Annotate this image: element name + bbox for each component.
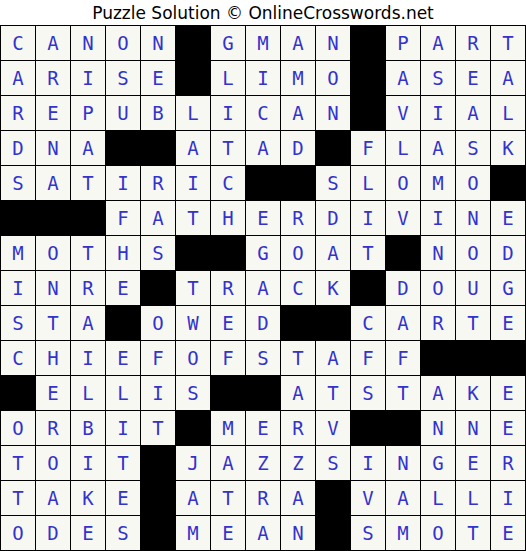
letter-cell-r15c13: O [421,516,455,550]
letter-cell-r10c11: F [351,341,385,375]
letter-cell-r9c3: A [71,306,105,340]
letter-cell-r9c2: T [36,306,70,340]
letter-cell-r13c9: Z [281,446,315,480]
block-cell-r10c15 [491,341,525,375]
letter-cell-r1c14: R [456,26,490,60]
letter-cell-r7c2: O [36,236,70,270]
letter-cell-r7c15: D [491,236,525,270]
letter-cell-r4c14: S [456,131,490,165]
letter-cell-r7c3: T [71,236,105,270]
block-cell-r2c6 [176,61,210,95]
block-cell-r12c11 [351,411,385,445]
letter-cell-r5c2: A [36,166,70,200]
block-cell-r11c8 [246,376,280,410]
letter-cell-r3c15: L [491,96,525,130]
letter-cell-r10c7: F [211,341,245,375]
block-cell-r7c12 [386,236,420,270]
letter-cell-r2c8: I [246,61,280,95]
letter-cell-r8c14: U [456,271,490,305]
block-cell-r2c11 [351,61,385,95]
letter-cell-r8c10: K [316,271,350,305]
letter-cell-r14c2: A [36,481,70,515]
letter-cell-r3c2: E [36,96,70,130]
letter-cell-r9c6: W [176,306,210,340]
letter-cell-r9c12: A [386,306,420,340]
letter-cell-r12c3: B [71,411,105,445]
letter-cell-r9c8: D [246,306,280,340]
letter-cell-r13c2: O [36,446,70,480]
block-cell-r8c5 [141,271,175,305]
letter-cell-r3c3: P [71,96,105,130]
block-cell-r14c5 [141,481,175,515]
block-cell-r5c8 [246,166,280,200]
letter-cell-r11c13: A [421,376,455,410]
letter-cell-r5c3: T [71,166,105,200]
block-cell-r6c3 [71,201,105,235]
block-cell-r4c4 [106,131,140,165]
letter-cell-r5c5: R [141,166,175,200]
letter-cell-r11c3: L [71,376,105,410]
block-cell-r9c9 [281,306,315,340]
letter-cell-r6c8: E [246,201,280,235]
letter-cell-r12c7: M [211,411,245,445]
letter-cell-r14c9: A [281,481,315,515]
letter-cell-r12c2: R [36,411,70,445]
letter-cell-r15c11: S [351,516,385,550]
letter-cell-r12c9: R [281,411,315,445]
letter-cell-r7c1: M [1,236,35,270]
letter-cell-r11c10: T [316,376,350,410]
letter-cell-r1c13: A [421,26,455,60]
letter-cell-r15c6: M [176,516,210,550]
letter-cell-r12c14: N [456,411,490,445]
letter-cell-r11c14: K [456,376,490,410]
letter-cell-r10c6: O [176,341,210,375]
letter-cell-r14c1: T [1,481,35,515]
letter-cell-r1c1: C [1,26,35,60]
letter-cell-r4c2: N [36,131,70,165]
letter-cell-r1c2: A [36,26,70,60]
letter-cell-r11c12: T [386,376,420,410]
letter-cell-r9c5: O [141,306,175,340]
letter-cell-r5c11: L [351,166,385,200]
letter-cell-r14c12: A [386,481,420,515]
letter-cell-r13c1: T [1,446,35,480]
letter-cell-r3c7: I [211,96,245,130]
letter-cell-r7c10: A [316,236,350,270]
letter-cell-r6c12: V [386,201,420,235]
letter-cell-r2c10: O [316,61,350,95]
letter-cell-r2c14: E [456,61,490,95]
letter-cell-r4c8: A [246,131,280,165]
letter-cell-r9c13: R [421,306,455,340]
block-cell-r12c12 [386,411,420,445]
letter-cell-r6c4: F [106,201,140,235]
letter-cell-r12c5: T [141,411,175,445]
letter-cell-r4c9: D [281,131,315,165]
letter-cell-r15c3: E [71,516,105,550]
block-cell-r11c7 [211,376,245,410]
block-cell-r10c14 [456,341,490,375]
letter-cell-r11c11: S [351,376,385,410]
letter-cell-r15c1: O [1,516,35,550]
letter-cell-r8c2: N [36,271,70,305]
letter-cell-r14c15: I [491,481,525,515]
letter-cell-r1c15: T [491,26,525,60]
block-cell-r11c1 [1,376,35,410]
letter-cell-r13c10: S [316,446,350,480]
letter-cell-r8c9: C [281,271,315,305]
letter-cell-r8c15: G [491,271,525,305]
block-cell-r3c11 [351,96,385,130]
letter-cell-r10c1: C [1,341,35,375]
letter-cell-r13c12: N [386,446,420,480]
letter-cell-r9c11: C [351,306,385,340]
letter-cell-r8c12: D [386,271,420,305]
letter-cell-r15c15: E [491,516,525,550]
letter-cell-r15c4: S [106,516,140,550]
letter-cell-r4c6: A [176,131,210,165]
letter-cell-r3c4: U [106,96,140,130]
puzzle-solution-page: Puzzle Solution © OnlineCrosswords.net C… [0,0,526,551]
block-cell-r5c9 [281,166,315,200]
letter-cell-r5c6: I [176,166,210,200]
letter-cell-r3c9: A [281,96,315,130]
letter-cell-r6c7: H [211,201,245,235]
letter-cell-r4c1: D [1,131,35,165]
letter-cell-r6c5: A [141,201,175,235]
block-cell-r6c1 [1,201,35,235]
letter-cell-r14c4: E [106,481,140,515]
letter-cell-r13c8: Z [246,446,280,480]
letter-cell-r5c10: S [316,166,350,200]
letter-cell-r10c8: S [246,341,280,375]
letter-cell-r13c7: A [211,446,245,480]
letter-cell-r12c1: O [1,411,35,445]
letter-cell-r4c11: F [351,131,385,165]
letter-cell-r14c3: K [71,481,105,515]
letter-cell-r8c7: R [211,271,245,305]
letter-cell-r10c4: E [106,341,140,375]
letter-cell-r12c10: V [316,411,350,445]
block-cell-r15c5 [141,516,175,550]
letter-cell-r3c6: L [176,96,210,130]
letter-cell-r4c12: L [386,131,420,165]
letter-cell-r6c11: I [351,201,385,235]
letter-cell-r1c7: G [211,26,245,60]
letter-cell-r12c4: I [106,411,140,445]
letter-cell-r6c15: E [491,201,525,235]
letter-cell-r3c14: A [456,96,490,130]
letter-cell-r14c13: L [421,481,455,515]
letter-cell-r9c7: E [211,306,245,340]
letter-cell-r13c6: J [176,446,210,480]
letter-cell-r15c2: D [36,516,70,550]
block-cell-r1c11 [351,26,385,60]
block-cell-r9c10 [316,306,350,340]
letter-cell-r2c9: M [281,61,315,95]
letter-cell-r9c15: E [491,306,525,340]
letter-cell-r14c7: T [211,481,245,515]
letter-cell-r3c5: B [141,96,175,130]
letter-cell-r1c9: A [281,26,315,60]
letter-cell-r9c14: T [456,306,490,340]
letter-cell-r10c3: I [71,341,105,375]
letter-cell-r12c13: N [421,411,455,445]
letter-cell-r6c9: R [281,201,315,235]
letter-cell-r8c1: I [1,271,35,305]
block-cell-r1c6 [176,26,210,60]
block-cell-r9c4 [106,306,140,340]
letter-cell-r15c9: N [281,516,315,550]
letter-cell-r3c12: V [386,96,420,130]
letter-cell-r6c13: I [421,201,455,235]
letter-cell-r11c4: L [106,376,140,410]
letter-cell-r7c11: T [351,236,385,270]
letter-cell-r2c12: A [386,61,420,95]
letter-cell-r11c5: I [141,376,175,410]
letter-cell-r4c13: A [421,131,455,165]
letter-cell-r5c4: I [106,166,140,200]
letter-cell-r10c9: T [281,341,315,375]
letter-cell-r8c13: O [421,271,455,305]
letter-cell-r3c8: C [246,96,280,130]
letter-cell-r1c10: N [316,26,350,60]
letter-cell-r13c3: I [71,446,105,480]
letter-cell-r4c15: K [491,131,525,165]
letter-cell-r15c14: T [456,516,490,550]
letter-cell-r2c4: S [106,61,140,95]
letter-cell-r6c10: D [316,201,350,235]
letter-cell-r10c10: A [316,341,350,375]
letter-cell-r10c5: F [141,341,175,375]
letter-cell-r9c1: S [1,306,35,340]
letter-cell-r3c1: R [1,96,35,130]
letter-cell-r14c11: V [351,481,385,515]
letter-cell-r8c6: T [176,271,210,305]
letter-cell-r1c12: P [386,26,420,60]
letter-cell-r7c13: N [421,236,455,270]
letter-cell-r2c2: R [36,61,70,95]
letter-cell-r2c13: S [421,61,455,95]
letter-cell-r11c6: S [176,376,210,410]
letter-cell-r4c3: A [71,131,105,165]
letter-cell-r13c13: G [421,446,455,480]
letter-cell-r1c8: M [246,26,280,60]
letter-cell-r3c10: N [316,96,350,130]
block-cell-r12c6 [176,411,210,445]
letter-cell-r7c14: O [456,236,490,270]
letter-cell-r12c8: E [246,411,280,445]
letter-cell-r2c7: L [211,61,245,95]
letter-cell-r2c1: A [1,61,35,95]
letter-cell-r11c2: E [36,376,70,410]
letter-cell-r13c14: E [456,446,490,480]
block-cell-r5c15 [491,166,525,200]
letter-cell-r11c15: E [491,376,525,410]
letter-cell-r1c4: O [106,26,140,60]
letter-cell-r1c3: N [71,26,105,60]
letter-cell-r1c5: N [141,26,175,60]
letter-cell-r5c14: O [456,166,490,200]
block-cell-r10c13 [421,341,455,375]
letter-cell-r7c5: S [141,236,175,270]
letter-cell-r5c7: C [211,166,245,200]
letter-cell-r5c12: O [386,166,420,200]
letter-cell-r7c4: H [106,236,140,270]
crossword-grid: CANONGMANPARTARISELIMOASEAREPUBLICANVIAL… [0,25,526,551]
letter-cell-r8c8: A [246,271,280,305]
letter-cell-r14c8: R [246,481,280,515]
letter-cell-r15c8: A [246,516,280,550]
letter-cell-r13c4: T [106,446,140,480]
block-cell-r7c7 [211,236,245,270]
letter-cell-r2c3: I [71,61,105,95]
block-cell-r6c2 [36,201,70,235]
letter-cell-r13c11: I [351,446,385,480]
block-cell-r4c5 [141,131,175,165]
block-cell-r13c5 [141,446,175,480]
page-title: Puzzle Solution © OnlineCrosswords.net [0,0,526,25]
letter-cell-r2c5: E [141,61,175,95]
letter-cell-r3c13: I [421,96,455,130]
block-cell-r8c11 [351,271,385,305]
letter-cell-r8c4: E [106,271,140,305]
letter-cell-r12c15: E [491,411,525,445]
letter-cell-r15c12: M [386,516,420,550]
letter-cell-r5c1: S [1,166,35,200]
letter-cell-r6c6: T [176,201,210,235]
letter-cell-r7c9: O [281,236,315,270]
letter-cell-r15c7: E [211,516,245,550]
letter-cell-r10c12: F [386,341,420,375]
letter-cell-r14c6: A [176,481,210,515]
block-cell-r4c10 [316,131,350,165]
block-cell-r15c10 [316,516,350,550]
letter-cell-r13c15: R [491,446,525,480]
block-cell-r14c10 [316,481,350,515]
letter-cell-r10c2: H [36,341,70,375]
letter-cell-r6c14: N [456,201,490,235]
letter-cell-r14c14: L [456,481,490,515]
letter-cell-r8c3: R [71,271,105,305]
letter-cell-r7c8: G [246,236,280,270]
letter-cell-r11c9: A [281,376,315,410]
letter-cell-r4c7: T [211,131,245,165]
letter-cell-r5c13: M [421,166,455,200]
letter-cell-r2c15: A [491,61,525,95]
block-cell-r7c6 [176,236,210,270]
